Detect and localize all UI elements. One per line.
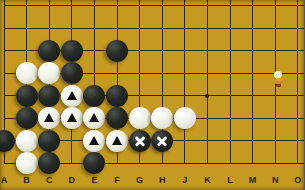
grid-horizontal-line-row-8 [4,5,305,6]
column-label-B: B [17,175,37,185]
white-stone-E2[interactable] [83,130,105,152]
white-stone-J3[interactable] [174,107,196,129]
white-stone-C3[interactable] [38,107,60,129]
cursor-base [276,84,281,88]
white-stone-B5[interactable] [16,62,38,84]
hand-holding-white-stone-icon [271,71,285,89]
column-label-E: E [84,175,104,185]
black-stone-C1[interactable] [38,152,60,174]
triangle-mark-D3 [67,113,77,122]
white-stone-B1[interactable] [16,152,38,174]
white-stone-F2[interactable] [106,130,128,152]
black-stone-B3[interactable] [16,107,38,129]
white-stone-B2[interactable] [16,130,38,152]
column-label-D: D [62,175,82,185]
column-label-M: M [243,175,263,185]
white-stone-D3[interactable] [61,107,83,129]
x-mark-G2 [134,135,146,147]
white-stone-H3[interactable] [151,107,173,129]
column-label-L: L [220,175,240,185]
black-stone-D5[interactable] [61,62,83,84]
grid-horizontal-line-row-7 [4,28,305,29]
go-board[interactable]: ABCDEFGHJKLMNO [0,0,304,190]
black-stone-H2[interactable] [151,130,173,152]
star-point-K4 [205,94,209,98]
white-stone-E3[interactable] [83,107,105,129]
white-stone-D4[interactable] [61,85,83,107]
black-stone-E4[interactable] [83,85,105,107]
black-stone-C4[interactable] [38,85,60,107]
x-mark-H2 [156,135,168,147]
column-label-H: H [152,175,172,185]
column-label-O: O [288,175,304,185]
triangle-mark-D4 [67,91,77,100]
black-stone-D6[interactable] [61,40,83,62]
triangle-mark-C3 [44,113,54,122]
black-stone-C6[interactable] [38,40,60,62]
white-stone-C5[interactable] [38,62,60,84]
triangle-mark-F2 [112,136,122,145]
triangle-mark-E3 [89,113,99,122]
white-stone-G3[interactable] [129,107,151,129]
column-label-C: C [39,175,59,185]
black-stone-A2[interactable] [0,130,15,152]
black-stone-C2[interactable] [38,130,60,152]
column-label-F: F [107,175,127,185]
column-label-K: K [197,175,217,185]
triangle-mark-E2 [89,136,99,145]
black-stone-F3[interactable] [106,107,128,129]
black-stone-G2[interactable] [129,130,151,152]
black-stone-F6[interactable] [106,40,128,62]
column-label-J: J [175,175,195,185]
black-stone-B4[interactable] [16,85,38,107]
column-label-A: A [0,175,14,185]
black-stone-F4[interactable] [106,85,128,107]
column-label-G: G [130,175,150,185]
black-stone-E1[interactable] [83,152,105,174]
column-label-N: N [265,175,285,185]
